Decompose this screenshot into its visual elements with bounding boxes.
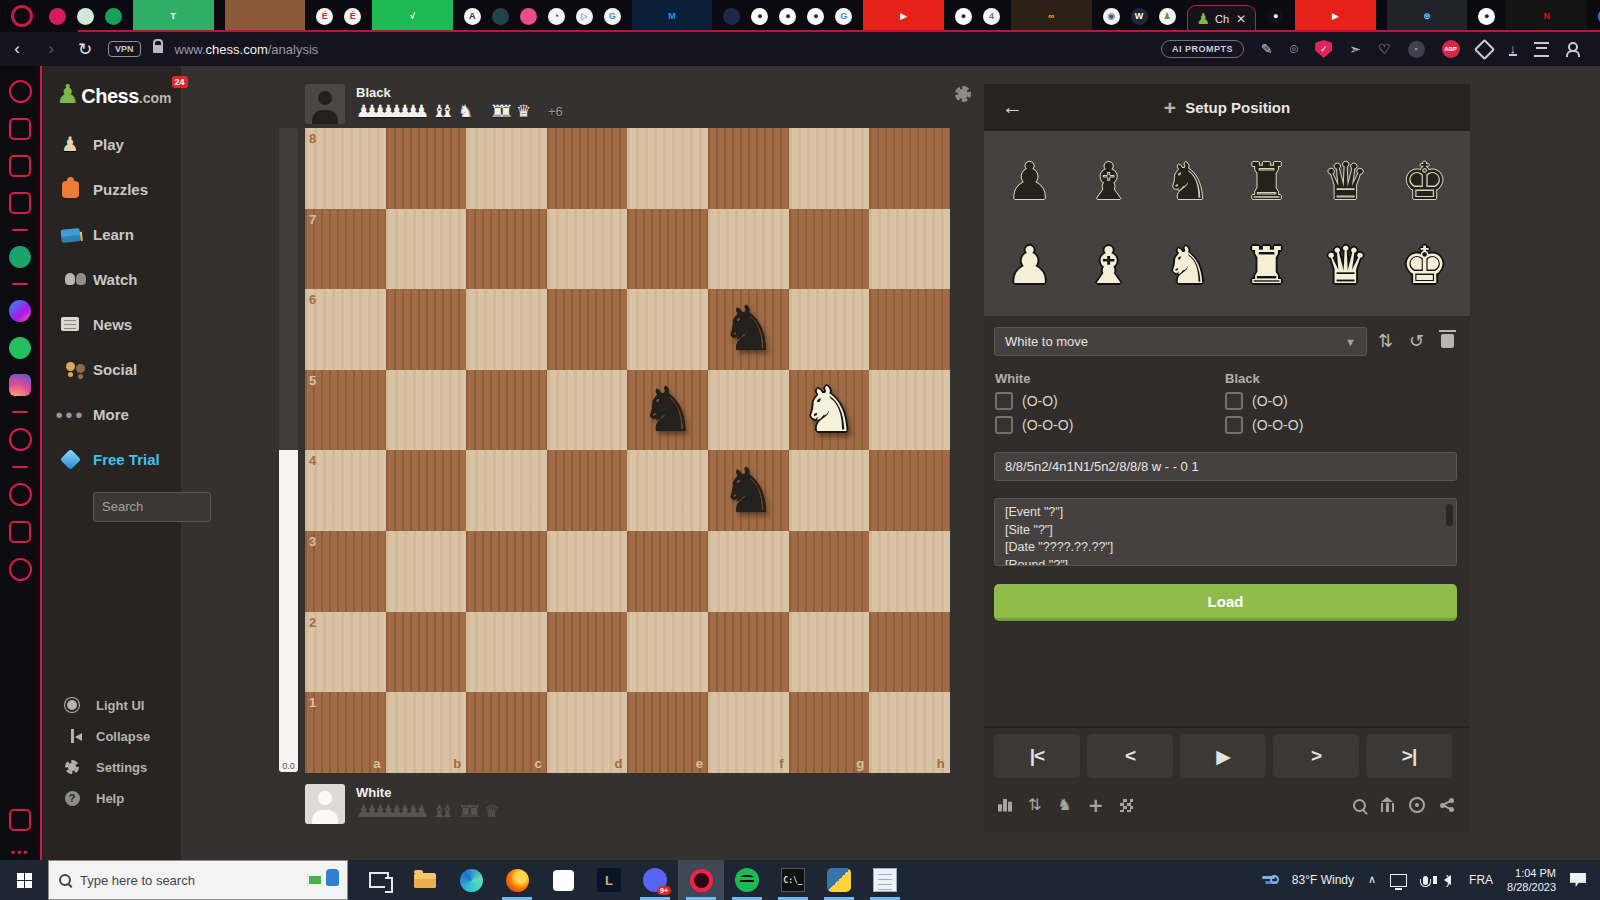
square-b5[interactable] — [386, 370, 467, 451]
tab-red-e-site[interactable]: É — [316, 8, 333, 25]
panel-divider — [984, 726, 1470, 728]
square-d2[interactable] — [547, 612, 628, 693]
captured-rook-group: ♜♜ — [458, 801, 469, 821]
castle-label: (O-O-O) — [1022, 417, 1073, 433]
palette-white-king[interactable]: ♚ — [1402, 240, 1448, 291]
black-knight[interactable]: ♞ — [708, 289, 789, 370]
chesscom-logo[interactable]: ♟ Chess .com 24 — [56, 84, 172, 108]
square-e1[interactable]: e — [627, 692, 708, 773]
captured-pawn-group: ♟♟♟♟♟♟♟♟ — [356, 101, 417, 121]
go-forward-button[interactable]: > — [1273, 734, 1359, 778]
rank-label: 1 — [309, 695, 316, 710]
square-a7[interactable]: 7 — [305, 209, 386, 290]
square-g2[interactable] — [789, 612, 870, 693]
sidebar-footer-settings[interactable]: Settings — [60, 756, 147, 778]
tab-github[interactable]: ● — [751, 8, 768, 25]
edit-icon[interactable]: ✎ — [1261, 42, 1273, 56]
square-a3[interactable]: 3 — [305, 531, 386, 612]
settings-icon[interactable] — [9, 558, 32, 581]
palette-white-knight[interactable]: ♞ — [1165, 240, 1211, 291]
gx-store-icon[interactable] — [9, 118, 31, 140]
rank-label: 3 — [309, 534, 316, 549]
search-decoration — [307, 869, 339, 886]
analysis-chart-icon[interactable] — [998, 799, 1012, 812]
square-d4[interactable] — [547, 450, 628, 531]
logo-badge: 24 — [172, 76, 188, 88]
explorer-icon[interactable] — [1381, 803, 1394, 812]
piece-palette: ♟♝♞♜♛♚♟♝♞♜♛♚ — [984, 131, 1470, 316]
league-of-legends-icon: L — [597, 868, 621, 892]
news-icon — [58, 312, 82, 336]
network-icon[interactable] — [1390, 874, 1407, 887]
history-icon[interactable] — [9, 483, 32, 506]
sidebar-item-label: News — [93, 316, 132, 333]
back-arrow-icon[interactable]: ← — [1002, 95, 1023, 119]
tab-lichess[interactable]: 4 — [983, 8, 1000, 25]
play-icon: ♟ — [58, 132, 82, 156]
material-advantage: +6 — [548, 104, 563, 119]
url-prefix: www. — [175, 42, 206, 57]
spotify-icon — [735, 868, 759, 892]
eval-score: 0.0 — [279, 761, 298, 771]
weather-wind-icon[interactable] — [1262, 875, 1278, 885]
square-h7[interactable] — [869, 209, 950, 290]
taskbar-cmd[interactable]: C:\_ — [770, 860, 816, 900]
rank-label: 7 — [309, 212, 316, 227]
board-editor-icon[interactable] — [1120, 799, 1133, 812]
sidebar-item-label: Social — [93, 361, 137, 378]
palette-white-queen[interactable]: ♛ — [1323, 240, 1369, 291]
screen: TÉÉ√A◔▷GM●●●G▶●4∞◉W♟♟Ch✕●▶⊛●Nf▶kkSG+ – ❐… — [0, 0, 1600, 900]
vpn-badge[interactable]: VPN — [108, 41, 141, 57]
help-icon: ? — [60, 786, 84, 810]
checkbox[interactable] — [1225, 416, 1243, 434]
address-bar[interactable]: www.chess.com/analysis — [175, 42, 319, 57]
cmd-icon: C:\_ — [781, 868, 805, 892]
tab-gx-corner[interactable] — [49, 8, 66, 25]
tab-close-icon[interactable]: ✕ — [1236, 12, 1246, 26]
sidebar-item-social[interactable]: Social — [58, 356, 137, 382]
tray-chevron-up-icon[interactable]: ∧ — [1368, 873, 1376, 886]
tab-wordpress[interactable]: W — [1131, 8, 1148, 25]
chess-pawn-favicon: ♟ — [1197, 10, 1210, 28]
whatsapp-icon[interactable] — [9, 337, 31, 359]
pgn-line: [Event "?"] — [1005, 504, 1446, 522]
downloads-icon[interactable]: ↓ — [1509, 43, 1518, 56]
footer-item-label: Settings — [96, 760, 147, 775]
puzzles-icon — [58, 177, 82, 201]
tab-mint-site[interactable] — [77, 8, 94, 25]
tab-github[interactable]: ● — [1478, 8, 1495, 25]
square-g7[interactable] — [789, 209, 870, 290]
square-b6[interactable] — [386, 289, 467, 370]
square-d7[interactable] — [547, 209, 628, 290]
pgn-line: [Round "?"] — [1005, 557, 1446, 567]
trash-icon[interactable] — [1441, 334, 1454, 348]
taskbar-file-explorer[interactable] — [402, 860, 448, 900]
square-f5[interactable] — [708, 370, 789, 451]
sidebar-item-news[interactable]: News — [58, 311, 132, 337]
checkbox[interactable] — [995, 392, 1013, 410]
taskbar-notepad[interactable] — [862, 860, 908, 900]
sidebar-footer-collapse[interactable]: Collapse — [60, 725, 150, 747]
sidebar-item-puzzles[interactable]: Puzzles — [58, 176, 148, 202]
square-f6[interactable]: ♞ — [708, 289, 789, 370]
tab-chesscom-active[interactable]: ♟Ch✕ — [1187, 5, 1257, 32]
square-c2[interactable] — [466, 612, 547, 693]
sidebar-item-label: Learn — [93, 226, 134, 243]
palette-white-rook[interactable]: ♜ — [1244, 240, 1290, 291]
sidebar-item-watch[interactable]: Watch — [58, 266, 137, 292]
add-icon[interactable]: + — [1088, 796, 1104, 815]
palette-white-bishop[interactable]: ♝ — [1086, 240, 1132, 291]
file-label: h — [937, 756, 945, 771]
square-a5[interactable]: 5 — [305, 370, 386, 451]
rank-label: 5 — [309, 373, 316, 388]
pgn-line: [Site "?"] — [1005, 522, 1446, 540]
palette-black-rook[interactable]: ♜ — [1244, 156, 1290, 207]
sidebar-item-more[interactable]: ●●●More — [58, 401, 129, 427]
url-path: /analysis — [268, 42, 319, 57]
date: 8/28/2023 — [1507, 880, 1556, 894]
backpack-icon — [326, 869, 339, 886]
file-label: a — [373, 756, 380, 771]
square-a8[interactable]: 8 — [305, 128, 386, 209]
square-d8[interactable] — [547, 128, 628, 209]
square-b2[interactable] — [386, 612, 467, 693]
board-settings-gear-icon[interactable] — [955, 86, 971, 102]
square-h3[interactable] — [869, 531, 950, 612]
palette-black-knight[interactable]: ♞ — [1165, 156, 1211, 207]
notepad-icon — [873, 868, 897, 892]
sidebar-item-learn[interactable]: Learn — [58, 221, 134, 247]
instagram-icon[interactable] — [9, 374, 31, 396]
tab-avatar-site[interactable] — [492, 8, 509, 25]
rank-label: 4 — [309, 453, 316, 468]
square-d1[interactable]: d — [547, 692, 628, 773]
forward-button[interactable]: › — [34, 39, 68, 59]
go-back-button[interactable]: < — [1087, 734, 1173, 778]
captured-queen-group: ♛ — [516, 101, 533, 121]
side-to-move-value: White to move — [1005, 334, 1088, 349]
tab-github[interactable]: ● — [955, 8, 972, 25]
palette-black-king[interactable]: ♚ — [1402, 156, 1448, 207]
share-icon[interactable] — [1440, 798, 1454, 812]
castle-label: (O-O) — [1252, 393, 1288, 409]
square-h6[interactable] — [869, 289, 950, 370]
checkbox[interactable] — [1225, 392, 1243, 410]
focus-icon[interactable] — [1409, 797, 1425, 813]
move-navigation: |<<▶>>| — [994, 734, 1452, 778]
active-tab-label: Ch — [1215, 13, 1229, 25]
square-e4[interactable] — [627, 450, 708, 531]
white-queenside-castle: (O-O-O) — [995, 416, 1073, 434]
square-e3[interactable] — [627, 531, 708, 612]
tab-globe-site[interactable] — [723, 8, 740, 25]
black-queenside-castle: (O-O-O) — [1225, 416, 1303, 434]
square-f7[interactable] — [708, 209, 789, 290]
taskbar-spotify[interactable] — [724, 860, 770, 900]
scrollbar-thumb[interactable] — [1446, 504, 1453, 526]
tab-clock-site[interactable]: ◔ — [548, 8, 565, 25]
checkbox[interactable] — [995, 416, 1013, 434]
rank-label: 2 — [309, 615, 316, 630]
palette-black-bishop[interactable]: ♝ — [1086, 156, 1132, 207]
square-f1[interactable]: f — [708, 692, 789, 773]
tab-google[interactable]: G — [604, 8, 621, 25]
chevron-down-icon: ▼ — [1345, 336, 1356, 348]
taskbar-firefox[interactable] — [494, 860, 540, 900]
square-c1[interactable]: c — [466, 692, 547, 773]
castling-black-label: Black — [1225, 371, 1260, 386]
divider — [12, 411, 28, 413]
square-a4[interactable]: 4 — [305, 450, 386, 531]
sidebar-item-free-trial[interactable]: Free Trial — [58, 446, 160, 472]
file-label: f — [779, 756, 783, 771]
ms-store-icon — [553, 870, 574, 891]
reset-icon[interactable]: ↺ — [1409, 330, 1424, 351]
black-kingside-castle: (O-O) — [1225, 392, 1288, 410]
square-c8[interactable] — [466, 128, 547, 209]
opera-sidebar: ••• — [0, 66, 40, 860]
clock[interactable]: 1:04 PM 8/28/2023 — [1507, 866, 1556, 895]
opera-menu-icon[interactable] — [11, 5, 33, 27]
sidebar-footer-light-ui[interactable]: Light UI — [60, 694, 144, 716]
tab-archive-site[interactable]: A — [464, 8, 481, 25]
black-player-bar — [305, 84, 345, 124]
square-a2[interactable]: 2 — [305, 612, 386, 693]
square-d5[interactable] — [547, 370, 628, 451]
setup-position-panel: ← + Setup Position ♟♝♞♜♛♚♟♝♞♜♛♚ White to… — [984, 84, 1470, 832]
time: 1:04 PM — [1507, 866, 1556, 880]
taskbar-ms-store[interactable] — [540, 860, 586, 900]
square-e6[interactable] — [627, 289, 708, 370]
square-f2[interactable] — [708, 612, 789, 693]
sidebar-footer-help[interactable]: ?Help — [60, 787, 124, 809]
pinboard-icon[interactable] — [9, 521, 31, 543]
profile-icon[interactable] — [1566, 42, 1580, 56]
evaluation-bar: 0.0 — [279, 128, 298, 772]
sidebar-search-input[interactable]: Search — [93, 492, 211, 522]
taskbar-opera-gx[interactable] — [678, 860, 724, 900]
side-to-move-dropdown[interactable]: White to move ▼ — [994, 327, 1367, 356]
messenger-icon[interactable] — [9, 300, 31, 322]
flip-board-icon[interactable]: ⇅ — [1378, 330, 1393, 351]
palette-black-queen[interactable]: ♛ — [1323, 156, 1369, 207]
square-h1[interactable]: h — [869, 692, 950, 773]
sidebar-item-play[interactable]: ♟Play — [58, 131, 124, 157]
practice-pieces-icon[interactable]: ♞ — [1057, 797, 1071, 813]
notification-badge: 1 — [1579, 879, 1592, 892]
flip-board-icon[interactable]: ⇅ — [1028, 797, 1041, 813]
load-button[interactable]: Load — [994, 584, 1457, 621]
taskbar-python-idle[interactable] — [816, 860, 862, 900]
file-label: d — [614, 756, 622, 771]
diamond-icon — [58, 447, 82, 471]
tab-dribbble[interactable] — [520, 8, 537, 25]
square-g4[interactable] — [789, 450, 870, 531]
microphone-icon[interactable] — [1423, 876, 1428, 885]
favorites-heart-icon[interactable]: ♡ — [1378, 42, 1391, 56]
tab-google[interactable]: G — [835, 8, 852, 25]
square-d6[interactable] — [547, 289, 628, 370]
logo-tld: .com — [139, 90, 172, 106]
square-h2[interactable] — [869, 612, 950, 693]
taskbar-apps: L9+C:\_ — [356, 860, 908, 900]
file-label: b — [453, 756, 461, 771]
square-c4[interactable] — [466, 450, 547, 531]
square-c6[interactable] — [466, 289, 547, 370]
taskbar-task-view[interactable] — [356, 860, 402, 900]
white-knight[interactable]: ♞ — [789, 370, 870, 451]
adblock-icon[interactable]: ABP — [1442, 40, 1460, 58]
chess-board[interactable]: 876♞5♞♞4♞321abcdefgh — [305, 128, 950, 773]
black-knight[interactable]: ♞ — [627, 370, 708, 451]
square-c5[interactable] — [466, 370, 547, 451]
square-e2[interactable] — [627, 612, 708, 693]
tab-red-e-site[interactable]: É — [344, 8, 361, 25]
square-c3[interactable] — [466, 531, 547, 612]
pgn-textarea[interactable]: [Event "?"][Site "?"][Date "????.??.??"]… — [994, 498, 1457, 566]
go-start-button[interactable]: |< — [994, 734, 1080, 778]
square-c7[interactable] — [466, 209, 547, 290]
panel-tools-left: ⇅ ♞ + — [998, 794, 1133, 816]
go-end-button[interactable]: >| — [1366, 734, 1452, 778]
square-g3[interactable] — [789, 531, 870, 612]
white-player-name: White — [356, 785, 391, 800]
square-b8[interactable] — [386, 128, 467, 209]
pgn-line: [Date "????.??.??"] — [1005, 539, 1446, 557]
vpn-shield-icon[interactable]: ✓ — [1315, 40, 1332, 58]
sidebar-item-label: Watch — [93, 271, 137, 288]
footer-item-label: Help — [96, 791, 124, 806]
square-b7[interactable] — [386, 209, 467, 290]
speaker-icon[interactable] — [1444, 875, 1451, 885]
play-button[interactable]: ▶ — [1180, 734, 1266, 778]
square-e8[interactable] — [627, 128, 708, 209]
twitch-icon[interactable] — [9, 155, 31, 177]
black-knight[interactable]: ♞ — [708, 450, 789, 531]
square-f4[interactable]: ♞ — [708, 450, 789, 531]
square-f8[interactable] — [708, 128, 789, 209]
extension-icon[interactable]: ◦ — [1408, 41, 1425, 58]
square-e7[interactable] — [627, 209, 708, 290]
start-button[interactable] — [0, 860, 48, 900]
learn-icon — [58, 222, 82, 246]
divider — [12, 229, 28, 231]
square-a1[interactable]: 1a — [305, 692, 386, 773]
taskbar-edge[interactable] — [448, 860, 494, 900]
square-h5[interactable] — [869, 370, 950, 451]
tab-play-site[interactable]: ▷ — [576, 8, 593, 25]
panel-header: ← + Setup Position — [984, 84, 1470, 131]
system-tray: 83°F Windy ∧ FRA 1:04 PM 8/28/2023 1 — [1262, 860, 1600, 900]
file-explorer-icon — [414, 873, 436, 888]
black-player-name: Black — [356, 85, 391, 100]
captured-knight-group: ♞ — [458, 101, 475, 121]
weather-text[interactable]: 83°F Windy — [1292, 873, 1354, 887]
discord-icon: 9+ — [643, 868, 667, 892]
square-g6[interactable] — [789, 289, 870, 370]
square-a6[interactable]: 6 — [305, 289, 386, 370]
square-f3[interactable] — [708, 531, 789, 612]
ai-prompts-button[interactable]: AI PROMPTS — [1161, 40, 1244, 58]
square-e5[interactable]: ♞ — [627, 370, 708, 451]
square-g1[interactable]: g — [789, 692, 870, 773]
square-h4[interactable] — [869, 450, 950, 531]
square-d3[interactable] — [547, 531, 628, 612]
white-avatar[interactable] — [305, 784, 345, 824]
more-icon: ●●● — [58, 402, 82, 426]
file-label: g — [856, 756, 864, 771]
sun-icon — [60, 693, 84, 717]
snapshot-camera-icon[interactable]: ⌾ — [1290, 42, 1298, 56]
search-icon — [59, 874, 71, 886]
fen-input[interactable]: 8/8/5n2/4n1N1/5n2/8/8/8 w - - 0 1 — [994, 452, 1457, 481]
gx-corner-icon[interactable] — [9, 80, 32, 103]
watch-icon — [58, 267, 82, 291]
square-b3[interactable] — [386, 531, 467, 612]
send-icon[interactable]: ➣ — [1349, 42, 1361, 56]
back-button[interactable]: ‹ — [0, 39, 34, 59]
square-h8[interactable] — [869, 128, 950, 209]
notification-icon[interactable]: 1 — [1570, 873, 1586, 887]
taskbar-league-of-legends[interactable]: L — [586, 860, 632, 900]
settings-sliders-icon[interactable] — [1534, 42, 1549, 57]
url-domain: chess.com — [206, 42, 268, 57]
captured-rook-group: ♜♜ — [490, 101, 501, 121]
black-captured-pieces: ♟♟♟♟♟♟♟♟ ♝♝ ♞ ♜♜ ♛ +6 — [356, 101, 563, 121]
snapshot-icon[interactable] — [9, 809, 31, 831]
sidebar-item-label: Play — [93, 136, 124, 153]
tab-github[interactable]: ● — [807, 8, 824, 25]
taskbar-discord[interactable]: 9+ — [632, 860, 678, 900]
gx-cleaner-icon[interactable] — [9, 192, 31, 214]
task-view-icon — [369, 872, 389, 888]
language-indicator[interactable]: FRA — [1469, 873, 1493, 887]
reload-button[interactable]: ↻ — [68, 39, 102, 60]
square-b1[interactable]: b — [386, 692, 467, 773]
square-b4[interactable] — [386, 450, 467, 531]
palette-black-pawn[interactable]: ♟ — [1007, 156, 1053, 207]
square-g5[interactable]: ♞ — [789, 370, 870, 451]
python-idle-icon — [827, 868, 851, 892]
palette-white-pawn[interactable]: ♟ — [1007, 240, 1053, 291]
file-label: c — [535, 756, 542, 771]
sidebar-cube-icon[interactable] — [1473, 38, 1494, 59]
tab-github[interactable]: ● — [779, 8, 796, 25]
zoom-icon[interactable] — [1353, 799, 1366, 812]
edge-icon — [460, 869, 483, 892]
tab-profile-site[interactable]: ◉ — [1103, 8, 1120, 25]
tab-chesscom[interactable]: ♟ — [1159, 8, 1176, 25]
sidebar-item-label: Puzzles — [93, 181, 148, 198]
ellipsis-icon[interactable]: ••• — [11, 846, 30, 860]
divider — [12, 466, 28, 468]
square-g8[interactable] — [789, 128, 870, 209]
castle-label: (O-O) — [1022, 393, 1058, 409]
eval-white-portion — [279, 450, 298, 772]
captured-pawn-group: ♟♟♟♟♟♟♟♟ — [356, 801, 417, 821]
player-icon[interactable] — [9, 428, 32, 451]
taskbar-search[interactable]: Type here to search — [48, 860, 348, 900]
tab-green-site[interactable] — [105, 8, 122, 25]
lock-icon — [153, 45, 163, 53]
black-avatar[interactable] — [305, 84, 345, 124]
chatgpt-icon[interactable] — [9, 246, 31, 268]
windows-logo-icon — [17, 873, 32, 888]
tab-github-dark[interactable]: ● — [1267, 8, 1284, 25]
